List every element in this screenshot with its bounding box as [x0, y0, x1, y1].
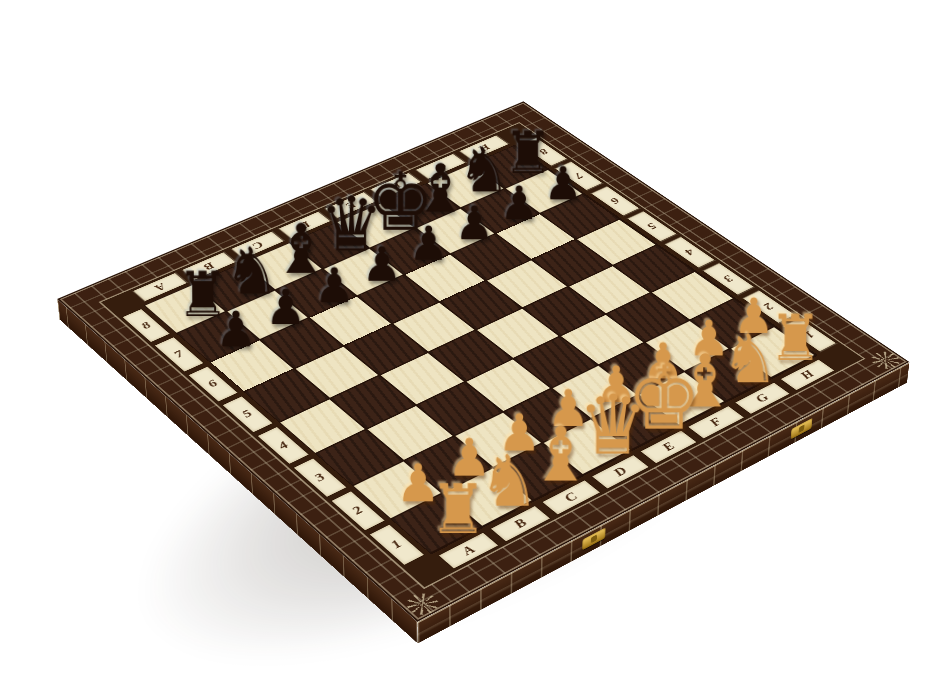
- piece-white-rook[interactable]: ♜: [426, 479, 490, 542]
- piece-black-pawn[interactable]: ♟: [207, 307, 266, 352]
- piece-black-pawn[interactable]: ♟: [257, 285, 315, 330]
- chess-set-photo: ABCDEFGH ABCDEFGH 87654321 87654321 ♜♞♝♛…: [0, 0, 930, 698]
